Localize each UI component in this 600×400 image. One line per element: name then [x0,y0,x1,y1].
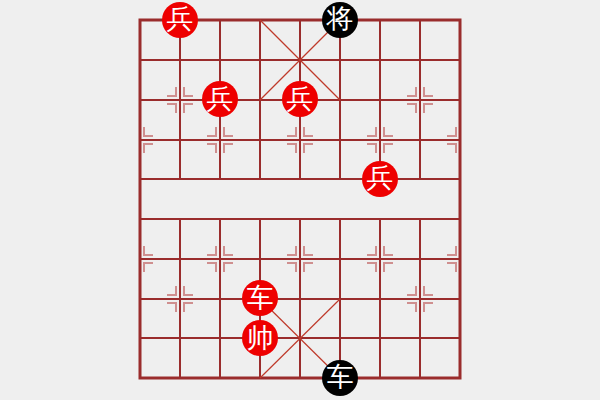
pieces-layer: 兵将兵兵兵车帅车 [120,0,480,398]
black-general[interactable]: 将 [322,2,358,38]
red-general[interactable]: 帅 [242,320,278,356]
xiangqi-board: 兵将兵兵兵车帅车 [0,0,600,400]
red-soldier[interactable]: 兵 [202,81,238,117]
black-chariot[interactable]: 车 [322,360,358,396]
red-soldier[interactable]: 兵 [362,161,398,197]
app-background: 兵将兵兵兵车帅车 [0,0,600,400]
red-chariot[interactable]: 车 [242,280,278,316]
red-soldier[interactable]: 兵 [282,81,318,117]
red-soldier[interactable]: 兵 [162,2,198,38]
